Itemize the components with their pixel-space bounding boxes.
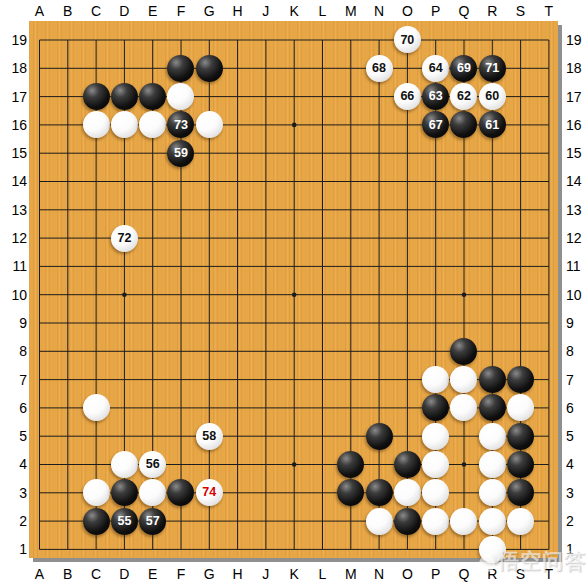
column-label-J: J [262, 566, 269, 582]
row-labels-left: 19181716151413121110987654321 [0, 26, 27, 564]
row-label-10: 10 [566, 287, 582, 303]
stones-layer: 70686469716663626073676159725856745557 [25, 26, 563, 564]
row-label-1: 1 [566, 541, 574, 557]
move-number-57: 57 [146, 515, 160, 528]
column-label-S: S [516, 3, 525, 19]
white-stone-P18[interactable]: 64 [422, 55, 449, 82]
black-stone-M4[interactable] [337, 451, 364, 478]
row-label-9: 9 [566, 315, 574, 331]
column-label-L: L [319, 3, 327, 19]
black-stone-Q8[interactable] [450, 338, 477, 365]
move-number-66: 66 [400, 90, 414, 103]
white-stone-O19[interactable]: 70 [394, 26, 421, 53]
row-label-19: 19 [566, 32, 582, 48]
white-stone-G16[interactable] [196, 111, 223, 138]
column-label-B: B [63, 566, 72, 582]
column-label-R: R [487, 3, 497, 19]
black-stone-D17[interactable] [111, 83, 138, 110]
go-diagram: ABCDEFGHJKLMNOPQRST ABCDEFGHJKLMNOPQRST … [0, 0, 587, 587]
white-stone-R5[interactable] [479, 423, 506, 450]
black-stone-G18[interactable] [196, 55, 223, 82]
white-stone-C6[interactable] [83, 394, 110, 421]
row-label-8: 8 [566, 343, 574, 359]
white-stone-P3[interactable] [422, 479, 449, 506]
black-stone-O2[interactable] [394, 508, 421, 535]
column-label-K: K [289, 566, 298, 582]
move-number-56: 56 [146, 458, 160, 471]
black-stone-O4[interactable] [394, 451, 421, 478]
column-label-N: N [374, 566, 384, 582]
move-number-71: 71 [485, 62, 499, 75]
move-number-64: 64 [429, 62, 443, 75]
white-stone-S2[interactable] [507, 508, 534, 535]
column-label-O: O [402, 566, 413, 582]
column-label-P: P [431, 3, 440, 19]
move-number-62: 62 [457, 90, 471, 103]
column-label-J: J [262, 3, 269, 19]
black-stone-F3[interactable] [167, 479, 194, 506]
column-label-E: E [148, 566, 157, 582]
white-stone-D4[interactable] [111, 451, 138, 478]
white-stone-R1[interactable] [479, 536, 506, 563]
row-label-5: 5 [566, 428, 574, 444]
white-stone-R3[interactable] [479, 479, 506, 506]
black-stone-F18[interactable] [167, 55, 194, 82]
black-stone-S7[interactable] [507, 366, 534, 393]
white-stone-N18[interactable]: 68 [366, 55, 393, 82]
black-stone-D3[interactable] [111, 479, 138, 506]
black-stone-F16[interactable]: 73 [167, 111, 194, 138]
black-stone-S4[interactable] [507, 451, 534, 478]
column-label-T: T [545, 566, 554, 582]
row-label-14: 14 [566, 173, 582, 189]
column-label-L: L [319, 566, 327, 582]
white-stone-P2[interactable] [422, 508, 449, 535]
column-label-S: S [516, 566, 525, 582]
column-label-D: D [119, 566, 129, 582]
move-number-72: 72 [117, 232, 131, 245]
white-stone-G5[interactable]: 58 [196, 423, 223, 450]
black-stone-R7[interactable] [479, 366, 506, 393]
white-stone-O17[interactable]: 66 [394, 83, 421, 110]
row-labels-right: 19181716151413121110987654321 [566, 26, 587, 564]
black-stone-R16[interactable]: 61 [479, 111, 506, 138]
column-label-E: E [148, 3, 157, 19]
column-label-Q: Q [459, 566, 470, 582]
row-label-2: 2 [566, 513, 574, 529]
white-stone-C16[interactable] [83, 111, 110, 138]
move-number-61: 61 [485, 119, 499, 132]
white-stone-E3[interactable] [139, 479, 166, 506]
column-label-R: R [487, 566, 497, 582]
column-label-K: K [289, 3, 298, 19]
white-stone-P5[interactable] [422, 423, 449, 450]
white-stone-P4[interactable] [422, 451, 449, 478]
white-stone-O3[interactable] [394, 479, 421, 506]
move-number-68: 68 [372, 62, 386, 75]
column-label-O: O [402, 3, 413, 19]
column-label-G: G [204, 3, 215, 19]
white-stone-R2[interactable] [479, 508, 506, 535]
black-stone-R18[interactable]: 71 [479, 55, 506, 82]
column-label-A: A [35, 566, 44, 582]
white-stone-Q7[interactable] [450, 366, 477, 393]
row-label-7: 7 [566, 372, 574, 388]
white-stone-E16[interactable] [139, 111, 166, 138]
white-stone-F17[interactable] [167, 83, 194, 110]
white-stone-Q6[interactable] [450, 394, 477, 421]
white-stone-R4[interactable] [479, 451, 506, 478]
black-stone-E2[interactable]: 57 [139, 508, 166, 535]
black-stone-S5[interactable] [507, 423, 534, 450]
row-label-17: 17 [566, 89, 582, 105]
column-labels-bottom: ABCDEFGHJKLMNOPQRST [25, 562, 563, 586]
black-stone-F15[interactable]: 59 [167, 140, 194, 167]
go-board[interactable]: 70686469716663626073676159725856745557 [29, 21, 558, 558]
white-stone-D12[interactable]: 72 [111, 225, 138, 252]
move-number-63: 63 [429, 90, 443, 103]
row-label-6: 6 [566, 400, 574, 416]
column-label-M: M [345, 566, 357, 582]
column-label-T: T [545, 3, 554, 19]
black-stone-M3[interactable] [337, 479, 364, 506]
column-label-A: A [35, 3, 44, 19]
move-number-58: 58 [202, 430, 216, 443]
move-number-60: 60 [485, 90, 499, 103]
black-stone-Q16[interactable] [450, 111, 477, 138]
move-number-69: 69 [457, 62, 471, 75]
move-number-73: 73 [174, 119, 188, 132]
move-number-74: 74 [202, 486, 216, 499]
white-stone-G3[interactable]: 74 [196, 479, 223, 506]
column-label-C: C [91, 566, 101, 582]
column-label-G: G [204, 566, 215, 582]
white-stone-C3[interactable] [83, 479, 110, 506]
black-stone-S3[interactable] [507, 479, 534, 506]
white-stone-Q17[interactable]: 62 [450, 83, 477, 110]
move-number-70: 70 [400, 34, 414, 47]
column-label-F: F [177, 3, 186, 19]
row-label-11: 11 [566, 258, 581, 274]
row-label-3: 3 [566, 485, 574, 501]
column-label-D: D [119, 3, 129, 19]
row-label-12: 12 [566, 230, 582, 246]
row-label-18: 18 [566, 60, 582, 76]
move-number-55: 55 [117, 515, 131, 528]
column-labels-top: ABCDEFGHJKLMNOPQRST [25, 0, 563, 21]
row-label-4: 4 [566, 456, 574, 472]
black-stone-P6[interactable] [422, 394, 449, 421]
row-label-13: 13 [566, 202, 582, 218]
column-label-Q: Q [459, 3, 470, 19]
row-label-15: 15 [566, 145, 582, 161]
black-stone-P16[interactable]: 67 [422, 111, 449, 138]
column-label-H: H [233, 3, 243, 19]
white-stone-S6[interactable] [507, 394, 534, 421]
black-stone-C2[interactable] [83, 508, 110, 535]
white-stone-D16[interactable] [111, 111, 138, 138]
white-stone-R17[interactable]: 60 [479, 83, 506, 110]
black-stone-D2[interactable]: 55 [111, 508, 138, 535]
black-stone-E17[interactable] [139, 83, 166, 110]
row-label-16: 16 [566, 117, 582, 133]
column-label-M: M [345, 3, 357, 19]
black-stone-N3[interactable] [366, 479, 393, 506]
black-stone-R6[interactable] [479, 394, 506, 421]
black-stone-C17[interactable] [83, 83, 110, 110]
column-label-F: F [177, 566, 186, 582]
black-stone-P17[interactable]: 63 [422, 83, 449, 110]
white-stone-E4[interactable]: 56 [139, 451, 166, 478]
white-stone-P7[interactable] [422, 366, 449, 393]
white-stone-Q2[interactable] [450, 508, 477, 535]
column-label-H: H [233, 566, 243, 582]
black-stone-N5[interactable] [366, 423, 393, 450]
white-stone-N2[interactable] [366, 508, 393, 535]
column-label-B: B [63, 3, 72, 19]
move-number-67: 67 [429, 119, 443, 132]
column-label-N: N [374, 3, 384, 19]
column-label-C: C [91, 3, 101, 19]
column-label-P: P [431, 566, 440, 582]
black-stone-Q18[interactable]: 69 [450, 55, 477, 82]
move-number-59: 59 [174, 147, 188, 160]
